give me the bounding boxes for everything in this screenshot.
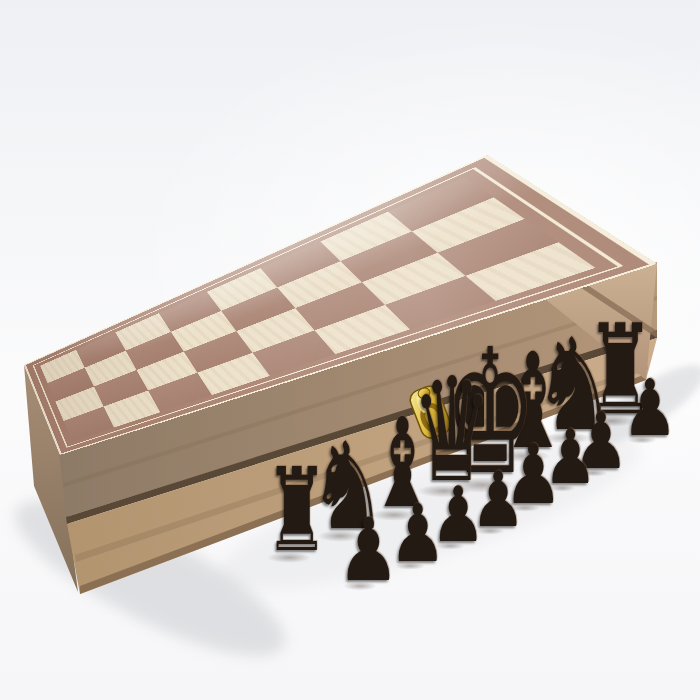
product-photo-scene: ♜♞♟♝♟♚♟♛♟♝♟♞♟♜♟♟ [0,0,700,700]
